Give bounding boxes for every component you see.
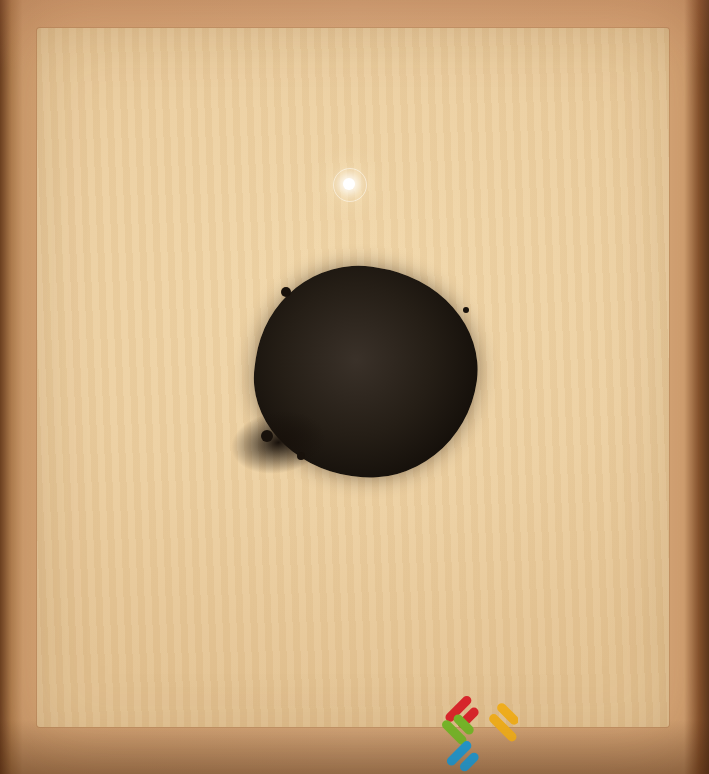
ink-drop <box>261 430 273 442</box>
xiangqi-board[interactable] <box>0 0 709 774</box>
pinwheel-icon <box>436 692 518 774</box>
ink-drop <box>297 452 305 460</box>
ink-drop <box>463 307 469 313</box>
move-origin-dot <box>343 178 355 190</box>
ink-drop <box>281 287 291 297</box>
